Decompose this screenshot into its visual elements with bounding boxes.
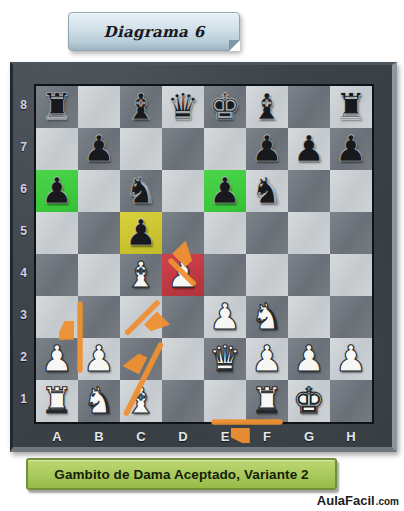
white-pawn: ♟ bbox=[41, 338, 73, 380]
rank-label-4: 4 bbox=[13, 252, 34, 294]
square-d1[interactable] bbox=[162, 380, 204, 422]
diagram-title: Diagrama 6 bbox=[104, 23, 205, 41]
black-pawn: ♟ bbox=[125, 212, 157, 254]
square-h5[interactable] bbox=[330, 212, 372, 254]
square-c4[interactable]: ♝ bbox=[120, 254, 162, 296]
square-a6[interactable]: ♟ bbox=[36, 170, 78, 212]
caption-text: Gambito de Dama Aceptado, Variante 2 bbox=[54, 467, 308, 482]
banner-fold-corner bbox=[229, 40, 240, 51]
file-label-C: C bbox=[120, 424, 162, 450]
black-rook: ♜ bbox=[41, 86, 73, 128]
square-f7[interactable]: ♟ bbox=[246, 128, 288, 170]
square-d4[interactable]: ♟ bbox=[162, 254, 204, 296]
square-c8[interactable]: ♝ bbox=[120, 86, 162, 128]
square-b3[interactable] bbox=[78, 296, 120, 338]
square-a8[interactable]: ♜ bbox=[36, 86, 78, 128]
square-c6[interactable]: ♞ bbox=[120, 170, 162, 212]
file-label-B: B bbox=[78, 424, 120, 450]
square-b4[interactable] bbox=[78, 254, 120, 296]
rank-label-3: 3 bbox=[13, 294, 34, 336]
black-bishop: ♝ bbox=[251, 86, 283, 128]
black-queen: ♛ bbox=[167, 86, 199, 128]
square-b5[interactable] bbox=[78, 212, 120, 254]
black-pawn: ♟ bbox=[251, 128, 283, 170]
square-e6[interactable]: ♟ bbox=[204, 170, 246, 212]
square-h1[interactable] bbox=[330, 380, 372, 422]
page: Diagrama 6 ♜♝♛♚♝♜♟♟♟♟♟♞♟♞♟♝♟♟♞♟♟♛♟♟♟♜♞♝♜… bbox=[0, 0, 404, 511]
white-knight: ♞ bbox=[83, 380, 115, 422]
white-bishop: ♝ bbox=[125, 380, 157, 422]
black-knight: ♞ bbox=[125, 170, 157, 212]
square-g6[interactable] bbox=[288, 170, 330, 212]
file-label-H: H bbox=[330, 424, 372, 450]
square-f2[interactable]: ♟ bbox=[246, 338, 288, 380]
white-pawn: ♟ bbox=[167, 254, 199, 296]
square-e5[interactable] bbox=[204, 212, 246, 254]
file-label-E: E bbox=[204, 424, 246, 450]
white-queen: ♛ bbox=[209, 338, 241, 380]
site-watermark: AulaFacil .com bbox=[317, 493, 399, 508]
square-e3[interactable]: ♟ bbox=[204, 296, 246, 338]
square-a4[interactable] bbox=[36, 254, 78, 296]
square-d3[interactable] bbox=[162, 296, 204, 338]
square-b6[interactable] bbox=[78, 170, 120, 212]
white-rook: ♜ bbox=[41, 380, 73, 422]
square-h8[interactable]: ♜ bbox=[330, 86, 372, 128]
rank-label-5: 5 bbox=[13, 210, 34, 252]
rank-label-6: 6 bbox=[13, 168, 34, 210]
square-c7[interactable] bbox=[120, 128, 162, 170]
black-pawn: ♟ bbox=[293, 128, 325, 170]
square-a7[interactable] bbox=[36, 128, 78, 170]
square-f3[interactable]: ♞ bbox=[246, 296, 288, 338]
square-d7[interactable] bbox=[162, 128, 204, 170]
rank-label-1: 1 bbox=[13, 378, 34, 420]
square-h6[interactable] bbox=[330, 170, 372, 212]
square-b7[interactable]: ♟ bbox=[78, 128, 120, 170]
square-f4[interactable] bbox=[246, 254, 288, 296]
black-king: ♚ bbox=[209, 86, 241, 128]
black-knight: ♞ bbox=[251, 170, 283, 212]
board-grid: ♜♝♛♚♝♜♟♟♟♟♟♞♟♞♟♝♟♟♞♟♟♛♟♟♟♜♞♝♜♚ bbox=[36, 86, 372, 422]
square-c5[interactable]: ♟ bbox=[120, 212, 162, 254]
file-label-G: G bbox=[288, 424, 330, 450]
square-h2[interactable]: ♟ bbox=[330, 338, 372, 380]
square-g5[interactable] bbox=[288, 212, 330, 254]
rank-label-8: 8 bbox=[13, 84, 34, 126]
white-pawn: ♟ bbox=[209, 296, 241, 338]
square-e7[interactable] bbox=[204, 128, 246, 170]
white-pawn: ♟ bbox=[251, 338, 283, 380]
square-a5[interactable] bbox=[36, 212, 78, 254]
square-b1[interactable]: ♞ bbox=[78, 380, 120, 422]
white-pawn: ♟ bbox=[335, 338, 367, 380]
square-g1[interactable]: ♚ bbox=[288, 380, 330, 422]
rank-label-7: 7 bbox=[13, 126, 34, 168]
square-h7[interactable]: ♟ bbox=[330, 128, 372, 170]
white-knight: ♞ bbox=[251, 296, 283, 338]
square-g3[interactable] bbox=[288, 296, 330, 338]
square-d2[interactable] bbox=[162, 338, 204, 380]
square-e2[interactable]: ♛ bbox=[204, 338, 246, 380]
watermark-brand: AulaFacil bbox=[317, 493, 375, 508]
file-label-A: A bbox=[36, 424, 78, 450]
chess-board: ♜♝♛♚♝♜♟♟♟♟♟♞♟♞♟♝♟♟♞♟♟♛♟♟♟♜♞♝♜♚ bbox=[34, 84, 374, 424]
square-f5[interactable] bbox=[246, 212, 288, 254]
square-c2[interactable] bbox=[120, 338, 162, 380]
black-rook: ♜ bbox=[335, 86, 367, 128]
square-c3[interactable] bbox=[120, 296, 162, 338]
square-b2[interactable]: ♟ bbox=[78, 338, 120, 380]
square-f8[interactable]: ♝ bbox=[246, 86, 288, 128]
square-a3[interactable] bbox=[36, 296, 78, 338]
black-bishop: ♝ bbox=[125, 86, 157, 128]
black-pawn: ♟ bbox=[209, 170, 241, 212]
square-a1[interactable]: ♜ bbox=[36, 380, 78, 422]
white-rook: ♜ bbox=[251, 380, 283, 422]
square-g7[interactable]: ♟ bbox=[288, 128, 330, 170]
white-pawn: ♟ bbox=[293, 338, 325, 380]
white-pawn: ♟ bbox=[83, 338, 115, 380]
square-g8[interactable] bbox=[288, 86, 330, 128]
title-banner: Diagrama 6 bbox=[68, 12, 240, 51]
square-d6[interactable] bbox=[162, 170, 204, 212]
square-h3[interactable] bbox=[330, 296, 372, 338]
square-c1[interactable]: ♝ bbox=[120, 380, 162, 422]
rank-label-2: 2 bbox=[13, 336, 34, 378]
black-pawn: ♟ bbox=[41, 170, 73, 212]
square-g4[interactable] bbox=[288, 254, 330, 296]
square-d8[interactable]: ♛ bbox=[162, 86, 204, 128]
black-pawn: ♟ bbox=[83, 128, 115, 170]
watermark-tld: .com bbox=[376, 496, 399, 507]
square-d5[interactable] bbox=[162, 212, 204, 254]
square-f6[interactable]: ♞ bbox=[246, 170, 288, 212]
chess-board-frame: ♜♝♛♚♝♜♟♟♟♟♟♞♟♞♟♝♟♟♞♟♟♛♟♟♟♜♞♝♜♚ 87654321 … bbox=[10, 62, 397, 452]
square-a2[interactable]: ♟ bbox=[36, 338, 78, 380]
file-label-F: F bbox=[246, 424, 288, 450]
square-e8[interactable]: ♚ bbox=[204, 86, 246, 128]
square-g2[interactable]: ♟ bbox=[288, 338, 330, 380]
square-f1[interactable]: ♜ bbox=[246, 380, 288, 422]
file-label-D: D bbox=[162, 424, 204, 450]
square-e4[interactable] bbox=[204, 254, 246, 296]
square-b8[interactable] bbox=[78, 86, 120, 128]
square-e1[interactable] bbox=[204, 380, 246, 422]
black-pawn: ♟ bbox=[335, 128, 367, 170]
square-h4[interactable] bbox=[330, 254, 372, 296]
caption-bar: Gambito de Dama Aceptado, Variante 2 bbox=[26, 458, 337, 490]
white-bishop: ♝ bbox=[125, 254, 157, 296]
white-king: ♚ bbox=[293, 380, 325, 422]
